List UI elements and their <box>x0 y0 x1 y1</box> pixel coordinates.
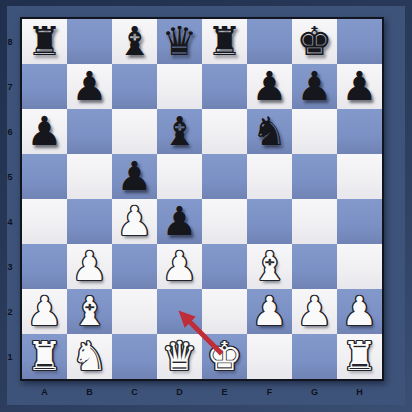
square-h6[interactable] <box>337 109 382 154</box>
square-h4[interactable] <box>337 199 382 244</box>
piece-white-queen-d1[interactable]: ♛ <box>157 334 202 379</box>
square-c8[interactable]: ♝ <box>112 19 157 64</box>
square-b2[interactable]: ♝ <box>67 289 112 334</box>
file-label-b: B <box>67 383 112 401</box>
square-f5[interactable] <box>247 154 292 199</box>
piece-white-king-e1[interactable]: ♚ <box>202 334 247 379</box>
piece-black-pawn-b7[interactable]: ♟ <box>67 64 112 109</box>
square-e5[interactable] <box>202 154 247 199</box>
square-d7[interactable] <box>157 64 202 109</box>
board-border: ♜♝♛♜♚♟♟♟♟♟♝♞♟♟♟♟♟♝♟♝♟♟♟♜♞♛♚♜ <box>20 17 384 381</box>
square-a5[interactable] <box>22 154 67 199</box>
piece-white-pawn-a2[interactable]: ♟ <box>22 289 67 334</box>
square-f2[interactable]: ♟ <box>247 289 292 334</box>
piece-white-pawn-g2[interactable]: ♟ <box>292 289 337 334</box>
piece-black-queen-d8[interactable]: ♛ <box>157 19 202 64</box>
rank-label-4: 4 <box>0 199 20 244</box>
square-d8[interactable]: ♛ <box>157 19 202 64</box>
piece-white-pawn-b3[interactable]: ♟ <box>67 244 112 289</box>
square-a6[interactable]: ♟ <box>22 109 67 154</box>
square-a4[interactable] <box>22 199 67 244</box>
piece-black-pawn-d4[interactable]: ♟ <box>157 199 202 244</box>
square-d2[interactable] <box>157 289 202 334</box>
piece-black-pawn-f7[interactable]: ♟ <box>247 64 292 109</box>
square-f4[interactable] <box>247 199 292 244</box>
square-b3[interactable]: ♟ <box>67 244 112 289</box>
file-label-f: F <box>247 383 292 401</box>
rank-label-3: 3 <box>0 244 20 289</box>
file-labels: ABCDEFGH <box>22 383 382 401</box>
square-b7[interactable]: ♟ <box>67 64 112 109</box>
piece-white-rook-h1[interactable]: ♜ <box>337 334 382 379</box>
square-e1[interactable]: ♚ <box>202 334 247 379</box>
square-g4[interactable] <box>292 199 337 244</box>
square-h7[interactable]: ♟ <box>337 64 382 109</box>
file-label-c: C <box>112 383 157 401</box>
square-e3[interactable] <box>202 244 247 289</box>
chess-board: ♜♝♛♜♚♟♟♟♟♟♝♞♟♟♟♟♟♝♟♝♟♟♟♜♞♛♚♜ <box>22 19 382 379</box>
square-d4[interactable]: ♟ <box>157 199 202 244</box>
square-c4[interactable]: ♟ <box>112 199 157 244</box>
piece-white-pawn-d3[interactable]: ♟ <box>157 244 202 289</box>
piece-white-knight-b1[interactable]: ♞ <box>67 334 112 379</box>
square-h8[interactable] <box>337 19 382 64</box>
piece-black-rook-a8[interactable]: ♜ <box>22 19 67 64</box>
square-e6[interactable] <box>202 109 247 154</box>
square-c5[interactable]: ♟ <box>112 154 157 199</box>
square-f8[interactable] <box>247 19 292 64</box>
square-f6[interactable]: ♞ <box>247 109 292 154</box>
square-c7[interactable] <box>112 64 157 109</box>
square-g7[interactable]: ♟ <box>292 64 337 109</box>
square-g8[interactable]: ♚ <box>292 19 337 64</box>
square-a3[interactable] <box>22 244 67 289</box>
square-e2[interactable] <box>202 289 247 334</box>
square-h1[interactable]: ♜ <box>337 334 382 379</box>
square-c2[interactable] <box>112 289 157 334</box>
file-label-g: G <box>292 383 337 401</box>
square-g5[interactable] <box>292 154 337 199</box>
piece-white-pawn-f2[interactable]: ♟ <box>247 289 292 334</box>
square-a7[interactable] <box>22 64 67 109</box>
piece-black-rook-e8[interactable]: ♜ <box>202 19 247 64</box>
square-h3[interactable] <box>337 244 382 289</box>
square-e7[interactable] <box>202 64 247 109</box>
square-d3[interactable]: ♟ <box>157 244 202 289</box>
square-h2[interactable]: ♟ <box>337 289 382 334</box>
file-label-h: H <box>337 383 382 401</box>
piece-white-pawn-h2[interactable]: ♟ <box>337 289 382 334</box>
square-b1[interactable]: ♞ <box>67 334 112 379</box>
square-a8[interactable]: ♜ <box>22 19 67 64</box>
square-f1[interactable] <box>247 334 292 379</box>
file-label-a: A <box>22 383 67 401</box>
piece-black-pawn-h7[interactable]: ♟ <box>337 64 382 109</box>
square-b5[interactable] <box>67 154 112 199</box>
square-b6[interactable] <box>67 109 112 154</box>
rank-label-6: 6 <box>0 109 20 154</box>
rank-label-2: 2 <box>0 289 20 334</box>
square-f7[interactable]: ♟ <box>247 64 292 109</box>
square-b8[interactable] <box>67 19 112 64</box>
chess-position-screenshot: 87654321 ♜♝♛♜♚♟♟♟♟♟♝♞♟♟♟♟♟♝♟♝♟♟♟♜♞♛♚♜ AB… <box>0 0 412 412</box>
square-h5[interactable] <box>337 154 382 199</box>
rank-label-8: 8 <box>0 19 20 64</box>
square-a2[interactable]: ♟ <box>22 289 67 334</box>
piece-black-pawn-g7[interactable]: ♟ <box>292 64 337 109</box>
piece-white-pawn-c4[interactable]: ♟ <box>112 199 157 244</box>
file-label-e: E <box>202 383 247 401</box>
square-g2[interactable]: ♟ <box>292 289 337 334</box>
square-d5[interactable] <box>157 154 202 199</box>
rank-label-1: 1 <box>0 334 20 379</box>
square-d6[interactable]: ♝ <box>157 109 202 154</box>
rank-labels: 87654321 <box>0 19 20 379</box>
square-f3[interactable]: ♝ <box>247 244 292 289</box>
square-c3[interactable] <box>112 244 157 289</box>
piece-black-bishop-c8[interactable]: ♝ <box>112 19 157 64</box>
piece-white-bishop-f3[interactable]: ♝ <box>247 244 292 289</box>
piece-white-bishop-b2[interactable]: ♝ <box>67 289 112 334</box>
square-d1[interactable]: ♛ <box>157 334 202 379</box>
piece-black-pawn-c5[interactable]: ♟ <box>112 154 157 199</box>
square-g6[interactable] <box>292 109 337 154</box>
rank-label-5: 5 <box>0 154 20 199</box>
square-a1[interactable]: ♜ <box>22 334 67 379</box>
file-label-d: D <box>157 383 202 401</box>
piece-black-king-g8[interactable]: ♚ <box>292 19 337 64</box>
rank-label-7: 7 <box>0 64 20 109</box>
piece-black-knight-f6[interactable]: ♞ <box>247 109 292 154</box>
piece-black-pawn-a6[interactable]: ♟ <box>22 109 67 154</box>
square-c6[interactable] <box>112 109 157 154</box>
square-g3[interactable] <box>292 244 337 289</box>
square-g1[interactable] <box>292 334 337 379</box>
piece-black-bishop-d6[interactable]: ♝ <box>157 109 202 154</box>
square-e8[interactable]: ♜ <box>202 19 247 64</box>
square-b4[interactable] <box>67 199 112 244</box>
piece-white-rook-a1[interactable]: ♜ <box>22 334 67 379</box>
square-e4[interactable] <box>202 199 247 244</box>
square-c1[interactable] <box>112 334 157 379</box>
